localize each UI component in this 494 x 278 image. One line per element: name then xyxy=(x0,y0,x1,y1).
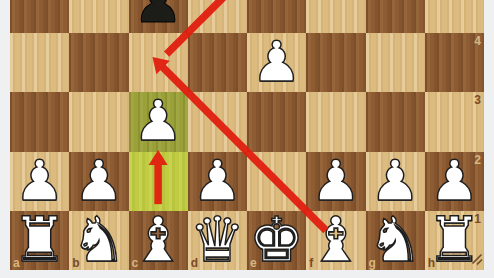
square-b1[interactable]: b♞ xyxy=(69,211,128,270)
square-a3[interactable] xyxy=(10,92,69,151)
square-h1[interactable]: 1h♜ xyxy=(425,211,484,270)
square-f4[interactable] xyxy=(306,33,365,92)
piece-white-pawn-g2[interactable]: ♟ xyxy=(366,151,425,210)
square-h4[interactable]: 4 xyxy=(425,33,484,92)
piece-white-pawn-d2[interactable]: ♟ xyxy=(188,151,247,210)
piece-white-knight-b1[interactable]: ♞ xyxy=(69,210,128,269)
board-squares: ♟♟4♟3♟♟♟♟♟2♟a♜b♞c♝d♛e♚f♝g♞1h♜ xyxy=(10,0,484,270)
square-e3[interactable] xyxy=(247,92,306,151)
square-a1[interactable]: a♜ xyxy=(10,211,69,270)
square-h5[interactable] xyxy=(425,0,484,33)
piece-white-rook-h1[interactable]: ♜ xyxy=(425,210,484,269)
page-background: ♟♟4♟3♟♟♟♟♟2♟a♜b♞c♝d♛e♚f♝g♞1h♜ xyxy=(0,0,494,278)
piece-white-pawn-c3[interactable]: ♟ xyxy=(129,91,188,150)
square-c4[interactable] xyxy=(129,33,188,92)
piece-white-knight-g1[interactable]: ♞ xyxy=(366,210,425,269)
square-b5[interactable] xyxy=(69,0,128,33)
square-c3[interactable]: ♟ xyxy=(129,92,188,151)
square-g4[interactable] xyxy=(366,33,425,92)
square-d4[interactable] xyxy=(188,33,247,92)
piece-white-bishop-f1[interactable]: ♝ xyxy=(306,210,365,269)
square-f1[interactable]: f♝ xyxy=(306,211,365,270)
piece-white-queen-d1[interactable]: ♛ xyxy=(188,210,247,269)
square-b4[interactable] xyxy=(69,33,128,92)
piece-white-pawn-e4[interactable]: ♟ xyxy=(247,32,306,91)
piece-white-pawn-b2[interactable]: ♟ xyxy=(69,151,128,210)
piece-white-rook-a1[interactable]: ♜ xyxy=(10,210,69,269)
square-a4[interactable] xyxy=(10,33,69,92)
square-g1[interactable]: g♞ xyxy=(366,211,425,270)
square-g5[interactable] xyxy=(366,0,425,33)
chess-board: ♟♟4♟3♟♟♟♟♟2♟a♜b♞c♝d♛e♚f♝g♞1h♜ xyxy=(10,0,484,270)
square-d1[interactable]: d♛ xyxy=(188,211,247,270)
square-c1[interactable]: c♝ xyxy=(129,211,188,270)
square-a5[interactable] xyxy=(10,0,69,33)
piece-white-pawn-f2[interactable]: ♟ xyxy=(306,151,365,210)
square-f5[interactable] xyxy=(306,0,365,33)
square-d5[interactable] xyxy=(188,0,247,33)
square-c5[interactable]: ♟ xyxy=(129,0,188,33)
square-e1[interactable]: e♚ xyxy=(247,211,306,270)
square-e4[interactable]: ♟ xyxy=(247,33,306,92)
piece-black-pawn-c5[interactable]: ♟ xyxy=(129,0,188,32)
piece-white-king-e1[interactable]: ♚ xyxy=(247,210,306,269)
square-g3[interactable] xyxy=(366,92,425,151)
rank-label-3: 3 xyxy=(474,93,481,107)
square-h3[interactable]: 3 xyxy=(425,92,484,151)
piece-white-pawn-h2[interactable]: ♟ xyxy=(425,151,484,210)
square-d3[interactable] xyxy=(188,92,247,151)
piece-white-bishop-c1[interactable]: ♝ xyxy=(129,210,188,269)
rank-label-4: 4 xyxy=(474,34,481,48)
piece-white-pawn-a2[interactable]: ♟ xyxy=(10,151,69,210)
square-f3[interactable] xyxy=(306,92,365,151)
square-b3[interactable] xyxy=(69,92,128,151)
